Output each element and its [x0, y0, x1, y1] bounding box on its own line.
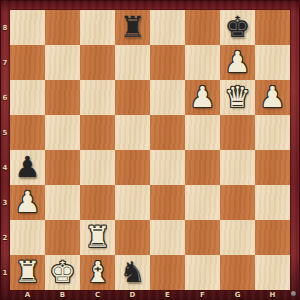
square-h8[interactable]	[255, 10, 290, 45]
square-e2[interactable]	[150, 220, 185, 255]
black-pawn-piece[interactable]: ♟	[15, 150, 41, 185]
square-c7[interactable]	[80, 45, 115, 80]
white-bishop-piece[interactable]: ♝	[85, 255, 111, 290]
rank-label-4: 4	[0, 150, 10, 185]
square-a5[interactable]	[10, 115, 45, 150]
white-pawn-piece[interactable]: ♟	[190, 80, 216, 115]
square-b4[interactable]	[45, 150, 80, 185]
square-c6[interactable]	[80, 80, 115, 115]
square-a1[interactable]: ♜	[10, 255, 45, 290]
square-e4[interactable]	[150, 150, 185, 185]
square-g2[interactable]	[220, 220, 255, 255]
square-b7[interactable]	[45, 45, 80, 80]
square-b6[interactable]	[45, 80, 80, 115]
square-b1[interactable]: ♚	[45, 255, 80, 290]
file-label-d: D	[115, 290, 150, 300]
square-g6[interactable]: ♛	[220, 80, 255, 115]
square-c8[interactable]	[80, 10, 115, 45]
file-label-f: F	[185, 290, 220, 300]
square-h6[interactable]: ♟	[255, 80, 290, 115]
white-rook-piece[interactable]: ♜	[15, 255, 41, 290]
file-label-c: C	[80, 290, 115, 300]
square-f4[interactable]	[185, 150, 220, 185]
black-rook-piece[interactable]: ♜	[120, 10, 146, 45]
corner-dot	[291, 291, 296, 296]
square-d1[interactable]: ♞	[115, 255, 150, 290]
square-h2[interactable]	[255, 220, 290, 255]
square-h3[interactable]	[255, 185, 290, 220]
square-f8[interactable]	[185, 10, 220, 45]
square-e5[interactable]	[150, 115, 185, 150]
square-e3[interactable]	[150, 185, 185, 220]
square-a7[interactable]	[10, 45, 45, 80]
rank-label-8: 8	[0, 10, 10, 45]
square-e6[interactable]	[150, 80, 185, 115]
square-d7[interactable]	[115, 45, 150, 80]
white-king-piece[interactable]: ♚	[50, 255, 76, 290]
file-label-e: E	[150, 290, 185, 300]
square-g8[interactable]: ♚	[220, 10, 255, 45]
square-a8[interactable]	[10, 10, 45, 45]
square-d2[interactable]	[115, 220, 150, 255]
square-d3[interactable]	[115, 185, 150, 220]
chess-board-frame: 87654321 ♜♚♟♟♛♟♟♟♜♜♚♝♞ ABCDEFGH	[0, 0, 300, 300]
square-g3[interactable]	[220, 185, 255, 220]
square-g7[interactable]: ♟	[220, 45, 255, 80]
square-b3[interactable]	[45, 185, 80, 220]
square-d4[interactable]	[115, 150, 150, 185]
square-e1[interactable]	[150, 255, 185, 290]
rank-label-2: 2	[0, 220, 10, 255]
file-label-h: H	[255, 290, 290, 300]
square-a4[interactable]: ♟	[10, 150, 45, 185]
square-h7[interactable]	[255, 45, 290, 80]
white-pawn-piece[interactable]: ♟	[225, 45, 251, 80]
square-c1[interactable]: ♝	[80, 255, 115, 290]
square-b5[interactable]	[45, 115, 80, 150]
file-label-a: A	[10, 290, 45, 300]
square-a3[interactable]: ♟	[10, 185, 45, 220]
board: ♜♚♟♟♛♟♟♟♜♜♚♝♞	[10, 10, 290, 290]
rank-label-3: 3	[0, 185, 10, 220]
file-label-g: G	[220, 290, 255, 300]
rank-label-1: 1	[0, 255, 10, 290]
square-c2[interactable]: ♜	[80, 220, 115, 255]
white-pawn-piece[interactable]: ♟	[260, 80, 286, 115]
square-c4[interactable]	[80, 150, 115, 185]
square-e7[interactable]	[150, 45, 185, 80]
square-f3[interactable]	[185, 185, 220, 220]
square-f1[interactable]	[185, 255, 220, 290]
square-h1[interactable]	[255, 255, 290, 290]
white-pawn-piece[interactable]: ♟	[15, 185, 41, 220]
square-g4[interactable]	[220, 150, 255, 185]
black-king-piece[interactable]: ♚	[225, 10, 251, 45]
white-rook-piece[interactable]: ♜	[85, 220, 111, 255]
square-b8[interactable]	[45, 10, 80, 45]
square-f2[interactable]	[185, 220, 220, 255]
square-e8[interactable]	[150, 10, 185, 45]
file-labels: ABCDEFGH	[10, 290, 290, 300]
rank-labels: 87654321	[0, 10, 10, 290]
square-g5[interactable]	[220, 115, 255, 150]
rank-label-5: 5	[0, 115, 10, 150]
square-f5[interactable]	[185, 115, 220, 150]
rank-label-6: 6	[0, 80, 10, 115]
square-h4[interactable]	[255, 150, 290, 185]
square-d5[interactable]	[115, 115, 150, 150]
black-knight-piece[interactable]: ♞	[120, 255, 146, 290]
square-c3[interactable]	[80, 185, 115, 220]
rank-label-7: 7	[0, 45, 10, 80]
square-h5[interactable]	[255, 115, 290, 150]
square-f7[interactable]	[185, 45, 220, 80]
square-d6[interactable]	[115, 80, 150, 115]
square-a2[interactable]	[10, 220, 45, 255]
square-c5[interactable]	[80, 115, 115, 150]
white-queen-piece[interactable]: ♛	[225, 80, 251, 115]
square-d8[interactable]: ♜	[115, 10, 150, 45]
square-b2[interactable]	[45, 220, 80, 255]
square-g1[interactable]	[220, 255, 255, 290]
file-label-b: B	[45, 290, 80, 300]
square-a6[interactable]	[10, 80, 45, 115]
square-f6[interactable]: ♟	[185, 80, 220, 115]
